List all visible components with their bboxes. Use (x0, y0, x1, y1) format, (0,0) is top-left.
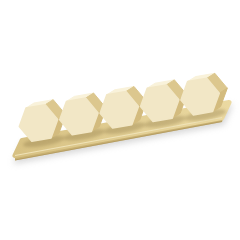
product-photo-canvas (0, 0, 240, 240)
hexagon-display-stand-illustration (0, 0, 240, 240)
